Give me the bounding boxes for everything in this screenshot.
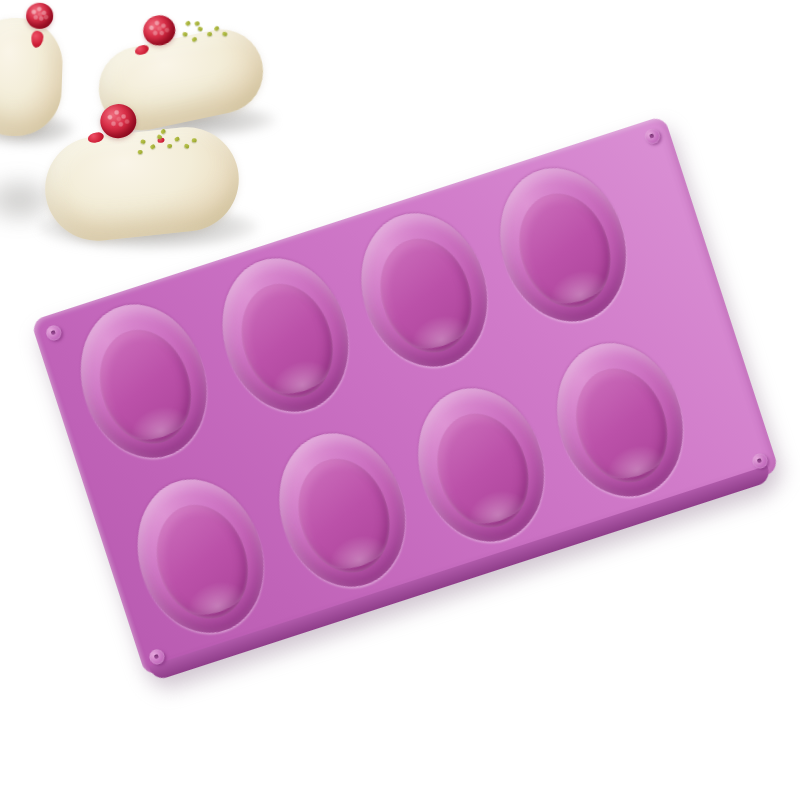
cavity-floor	[86, 318, 206, 456]
pistachio-crumb	[160, 128, 166, 134]
pistachio-crumb	[137, 150, 142, 155]
pistachio-crumb	[185, 20, 191, 26]
cavity-floor	[505, 182, 625, 320]
pistachio-crumbs	[40, 122, 244, 246]
cavity-floor	[423, 402, 543, 540]
pistachio-crumb	[197, 26, 203, 32]
mold-cavity-r2c2	[260, 417, 424, 603]
pistachio-crumb	[192, 138, 197, 142]
pistachio-crumb	[184, 143, 190, 149]
corner-rivet	[642, 127, 661, 146]
cavity-floor	[284, 447, 404, 585]
pistachio-crumb	[149, 144, 155, 150]
cake-front	[40, 122, 244, 246]
cavity-floor	[366, 227, 486, 365]
mold-cavity-r2c3	[399, 372, 563, 558]
pistachio-crumb	[182, 32, 188, 37]
cavity-floor	[227, 272, 347, 410]
corner-rivet	[44, 323, 63, 342]
pistachio-crumb	[207, 32, 212, 36]
mold-cavity-r2c1	[118, 463, 282, 649]
product-photo	[0, 0, 800, 800]
mold-cavity-r1c3	[342, 197, 506, 383]
cavity-floor	[143, 493, 263, 631]
mold-cavity-r1c1	[61, 288, 225, 474]
mold-cavity-r1c4	[481, 152, 645, 338]
pistachio-crumb	[157, 134, 163, 140]
pistachio-crumb	[140, 139, 146, 144]
pistachio-crumb	[174, 136, 180, 142]
pistachio-crumb	[222, 31, 228, 36]
pistachio-crumb	[213, 25, 219, 31]
pistachio-crumb	[194, 21, 200, 26]
raspberry	[26, 2, 54, 29]
mold-cavity-r2c4	[538, 327, 702, 513]
pistachio-crumb	[167, 144, 172, 148]
cavity-floor	[562, 357, 682, 495]
pistachio-crumb	[191, 36, 197, 42]
mold-cavity-r1c2	[203, 242, 367, 428]
